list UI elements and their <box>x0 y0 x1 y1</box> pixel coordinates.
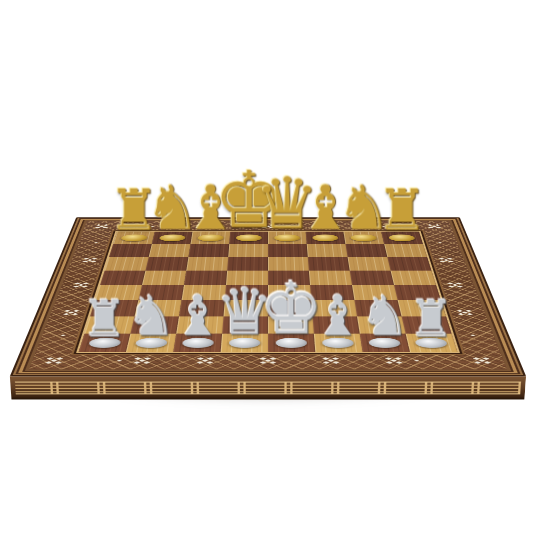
board-grid: ♜♞♝♚♛♝♞♜♜♞♝♛♚♝♞♜ <box>79 232 458 352</box>
square-c6[interactable] <box>186 257 228 271</box>
pearl-chip-inlay <box>61 334 66 336</box>
square-a5[interactable] <box>100 271 145 285</box>
pearl-star-inlay <box>78 284 84 286</box>
piece-gold-rook-h8[interactable]: ♜ <box>377 182 428 239</box>
pearl-chip-inlay <box>117 360 122 362</box>
square-a1[interactable]: ♜ <box>79 334 131 352</box>
square-g7[interactable] <box>345 244 387 257</box>
pearl-star-inlay <box>87 259 92 261</box>
edge-inlay-band <box>15 382 521 395</box>
pearl-star-inlay <box>202 359 208 362</box>
product-photo-stage: ♜♞♝♚♛♝♞♜♜♞♝♛♚♝♞♜ <box>0 0 536 536</box>
square-b1[interactable]: ♞ <box>126 334 176 352</box>
square-a7[interactable] <box>109 244 152 257</box>
pearl-star-inlay <box>443 259 448 261</box>
square-g5[interactable] <box>350 271 394 285</box>
square-e1[interactable]: ♚ <box>268 334 315 352</box>
board-front-edge <box>10 376 526 399</box>
pearl-star-inlay <box>462 311 468 313</box>
square-a6[interactable] <box>105 257 149 271</box>
piece-silver-rook-h1[interactable]: ♜ <box>408 293 454 344</box>
square-h8[interactable]: ♜ <box>381 232 423 244</box>
square-b5[interactable] <box>142 271 186 285</box>
pearl-chip-inlay <box>414 360 419 362</box>
chess-board: ♜♞♝♚♛♝♞♜♜♞♝♛♚♝♞♜ <box>10 217 526 376</box>
piece-silver-rook-a1[interactable]: ♜ <box>82 293 128 344</box>
square-d7[interactable] <box>228 244 268 257</box>
square-f1[interactable]: ♝ <box>314 334 363 352</box>
piece-silver-bishop-f1[interactable]: ♝ <box>313 288 363 344</box>
pearl-chip-inlay <box>471 334 476 336</box>
square-h6[interactable] <box>387 257 431 271</box>
square-b6[interactable] <box>145 257 188 271</box>
pearl-star-inlay <box>139 359 145 362</box>
pearl-chip-inlay <box>438 242 442 243</box>
square-h5[interactable] <box>391 271 436 285</box>
scene-3d: ♜♞♝♚♛♝♞♜♜♞♝♛♚♝♞♜ <box>0 0 536 536</box>
pearl-chip-inlay <box>94 242 98 243</box>
square-e7[interactable] <box>268 244 308 257</box>
square-h1[interactable]: ♜ <box>406 334 458 352</box>
square-f7[interactable] <box>307 244 348 257</box>
pearl-star-inlay <box>391 359 397 362</box>
pearl-star-inlay <box>265 359 271 362</box>
square-h7[interactable] <box>384 244 427 257</box>
square-b7[interactable] <box>149 244 191 257</box>
pearl-star-inlay <box>452 284 458 286</box>
pearl-star-inlay <box>99 225 104 227</box>
piece-silver-knight-g1[interactable]: ♞ <box>360 288 410 344</box>
pearl-star-inlay <box>479 359 485 362</box>
piece-silver-knight-b1[interactable]: ♞ <box>126 288 176 344</box>
pearl-star-inlay <box>432 225 437 227</box>
pearl-star-inlay <box>328 359 334 362</box>
pearl-star-inlay <box>68 311 74 313</box>
square-g6[interactable] <box>348 257 391 271</box>
pearl-star-inlay <box>51 359 57 362</box>
square-c7[interactable] <box>188 244 229 257</box>
square-g1[interactable]: ♞ <box>360 334 410 352</box>
